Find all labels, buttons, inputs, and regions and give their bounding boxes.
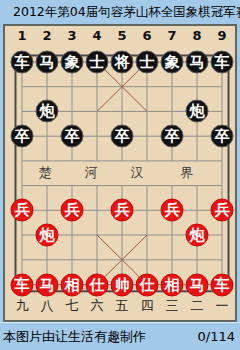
xiangqi-piece-black: 车 xyxy=(211,51,234,74)
column-numeral-bottom: 六 xyxy=(91,298,104,311)
xiangqi-piece-black: 士 xyxy=(86,51,109,74)
xiangqi-piece-red: 仕 xyxy=(86,273,109,296)
xiangqi-piece-red: 兵 xyxy=(161,199,184,222)
column-number-top: 2 xyxy=(42,29,51,42)
xiangqi-piece-black: 炮 xyxy=(186,100,209,123)
xiangqi-piece-black: 士 xyxy=(136,51,159,74)
river-text-char: 汉 xyxy=(131,166,144,179)
xiangqi-piece-red: 兵 xyxy=(111,199,134,222)
column-number-top: 6 xyxy=(142,29,151,42)
column-number-top: 1 xyxy=(17,29,26,42)
xiangqi-piece-red: 相 xyxy=(61,273,84,296)
column-number-top: 8 xyxy=(192,29,201,42)
credit-text: 本图片由让生活有趣制作 xyxy=(3,328,146,346)
column-number-top: 7 xyxy=(167,29,176,42)
xiangqi-piece-red: 炮 xyxy=(186,224,209,247)
column-numeral-bottom: 七 xyxy=(66,298,79,311)
xiangqi-piece-red: 兵 xyxy=(211,199,234,222)
xiangqi-piece-red: 车 xyxy=(11,273,34,296)
xiangqi-piece-red: 兵 xyxy=(11,199,34,222)
xiangqi-piece-red: 仕 xyxy=(136,273,159,296)
column-number-top: 3 xyxy=(67,29,76,42)
river-text-char: 界 xyxy=(181,166,194,179)
column-numeral-bottom: 二 xyxy=(191,298,204,311)
column-numeral-bottom: 一 xyxy=(216,298,229,311)
river-text-char: 楚 xyxy=(39,166,52,179)
column-number-top: 4 xyxy=(92,29,101,42)
column-numeral-bottom: 四 xyxy=(141,298,154,311)
column-numeral-bottom: 五 xyxy=(116,298,129,311)
footer-bar: 本图片由让生活有趣制作 0/114 xyxy=(0,322,240,350)
xiangqi-piece-red: 兵 xyxy=(61,199,84,222)
xiangqi-piece-red: 相 xyxy=(161,273,184,296)
column-number-top: 9 xyxy=(217,29,226,42)
page-title: 2012年第04届句容茅山杯全国象棋冠军赛男 xyxy=(13,4,240,21)
xiangqi-piece-black: 车 xyxy=(11,51,34,74)
column-numeral-bottom: 八 xyxy=(41,298,54,311)
column-numeral-bottom: 九 xyxy=(16,298,29,311)
xiangqi-board: 123456789九八七六五四三二一楚河汉界车马象士将士象马车炮炮卒卒卒卒卒兵兵… xyxy=(3,24,237,322)
xiangqi-piece-red: 帅 xyxy=(111,273,134,296)
xiangqi-piece-black: 卒 xyxy=(161,125,184,148)
column-number-top: 5 xyxy=(117,29,126,42)
xiangqi-piece-red: 炮 xyxy=(36,224,59,247)
frame-counter: 0/114 xyxy=(198,329,235,344)
xiangqi-piece-red: 马 xyxy=(36,273,59,296)
title-bar: 2012年第04届句容茅山杯全国象棋冠军赛男 xyxy=(0,0,240,24)
xiangqi-piece-black: 卒 xyxy=(11,125,34,148)
xiangqi-piece-black: 卒 xyxy=(111,125,134,148)
xiangqi-piece-black: 卒 xyxy=(61,125,84,148)
xiangqi-piece-red: 车 xyxy=(211,273,234,296)
column-numeral-bottom: 三 xyxy=(166,298,179,311)
xiangqi-piece-black: 马 xyxy=(186,51,209,74)
river-text-char: 河 xyxy=(85,166,98,179)
xiangqi-piece-black: 象 xyxy=(61,51,84,74)
xiangqi-piece-black: 马 xyxy=(36,51,59,74)
xiangqi-piece-black: 炮 xyxy=(36,100,59,123)
xiangqi-piece-black: 卒 xyxy=(211,125,234,148)
xiangqi-piece-black: 将 xyxy=(111,51,134,74)
xiangqi-piece-black: 象 xyxy=(161,51,184,74)
xiangqi-piece-red: 马 xyxy=(186,273,209,296)
